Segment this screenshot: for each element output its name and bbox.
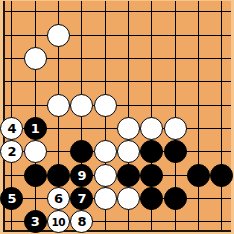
stone-black: 1 (24, 117, 47, 140)
grid-line-horizontal (5, 105, 231, 106)
stone-black (164, 140, 187, 163)
move-number: 9 (77, 168, 86, 181)
move-number: 4 (7, 121, 16, 134)
stone-white: 10 (47, 210, 70, 233)
stone-white (94, 164, 117, 187)
stone-black (24, 164, 47, 187)
stone-black (210, 164, 233, 187)
move-number: 10 (52, 216, 66, 227)
stone-black: 3 (24, 210, 47, 233)
grid-line-horizontal (5, 35, 231, 36)
stone-black: 7 (70, 187, 93, 210)
stone-black (140, 164, 163, 187)
stone-white (47, 94, 70, 117)
stone-white (140, 117, 163, 140)
stone-white: 4 (0, 117, 23, 140)
stone-black (47, 164, 70, 187)
stone-white (94, 140, 117, 163)
move-number: 7 (77, 191, 86, 204)
stone-white (117, 140, 140, 163)
move-number: 1 (31, 121, 40, 134)
stone-white (117, 187, 140, 210)
stone-white: 6 (47, 187, 70, 210)
stone-white (117, 117, 140, 140)
stone-white (24, 47, 47, 70)
stone-black: 9 (70, 164, 93, 187)
stone-black (140, 187, 163, 210)
grid-line-horizontal (5, 11, 231, 12)
move-number: 8 (77, 215, 86, 228)
stone-white (94, 187, 117, 210)
stone-white (47, 24, 70, 47)
stone-black (187, 164, 210, 187)
go-board-diagram: 41295673108 (0, 0, 234, 234)
stone-white (164, 117, 187, 140)
move-number: 3 (31, 215, 40, 228)
stone-black (117, 164, 140, 187)
move-number: 5 (7, 191, 16, 204)
stone-black: 5 (0, 187, 23, 210)
stone-black (164, 187, 187, 210)
move-number: 6 (54, 191, 63, 204)
stone-white (24, 140, 47, 163)
stone-white (94, 94, 117, 117)
stone-white (70, 94, 93, 117)
move-number: 2 (7, 145, 16, 158)
grid-line-horizontal (5, 81, 231, 82)
